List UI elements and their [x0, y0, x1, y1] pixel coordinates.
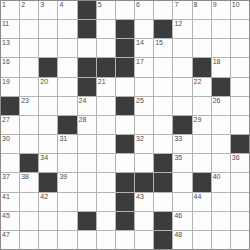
clue-number-41: 41	[2, 193, 10, 201]
black-cell-r1c4	[78, 20, 96, 38]
white-cell-r7c5[interactable]	[97, 135, 115, 153]
white-cell-r7c10[interactable]	[193, 135, 211, 153]
white-cell-r10c5[interactable]	[97, 193, 115, 211]
white-cell-r6c6[interactable]	[116, 116, 134, 134]
white-cell-r10c4[interactable]	[78, 193, 96, 211]
white-cell-r5c5[interactable]	[97, 97, 115, 115]
black-cell-r9c6	[116, 173, 134, 191]
white-cell-r11c3[interactable]	[58, 212, 76, 230]
black-cell-r0c4	[78, 1, 96, 19]
white-cell-r0c8[interactable]	[154, 1, 172, 19]
clue-number-19: 19	[2, 78, 10, 86]
white-cell-r7c2[interactable]	[39, 135, 57, 153]
white-cell-r5c11[interactable]: 26	[212, 97, 230, 115]
white-cell-r10c9[interactable]	[173, 193, 191, 211]
black-cell-r6c9	[173, 116, 191, 134]
black-cell-r1c8	[154, 20, 172, 38]
white-cell-r11c7[interactable]	[135, 212, 153, 230]
white-cell-r2c8[interactable]: 15	[154, 39, 172, 57]
white-cell-r12c10[interactable]	[193, 231, 211, 249]
white-cell-r7c9[interactable]: 33	[173, 135, 191, 153]
clue-number-27: 27	[2, 116, 10, 124]
white-cell-r12c5[interactable]	[97, 231, 115, 249]
clue-number-43: 43	[136, 193, 144, 201]
white-cell-r9c5[interactable]	[97, 173, 115, 191]
white-cell-r8c4[interactable]	[78, 154, 96, 172]
white-cell-r9c12[interactable]	[231, 173, 249, 191]
white-cell-r1c5[interactable]	[97, 20, 115, 38]
clue-number-20: 20	[40, 78, 48, 86]
clue-number-8: 8	[194, 1, 198, 9]
white-cell-r8c10[interactable]	[193, 154, 211, 172]
clue-number-18: 18	[213, 58, 221, 66]
white-cell-r3c12[interactable]	[231, 58, 249, 76]
white-cell-r12c6[interactable]	[116, 231, 134, 249]
white-cell-r0c2[interactable]: 3	[39, 1, 57, 19]
white-cell-r12c1[interactable]	[20, 231, 38, 249]
black-cell-r11c4	[78, 212, 96, 230]
white-cell-r9c0[interactable]: 37	[1, 173, 19, 191]
clue-number-4: 4	[59, 1, 63, 9]
clue-number-2: 2	[21, 1, 25, 9]
white-cell-r2c2[interactable]	[39, 39, 57, 57]
crossword-grid: 1234567891011121314151617181920212223242…	[0, 0, 250, 250]
clue-number-37: 37	[2, 173, 10, 181]
clue-number-35: 35	[174, 154, 182, 162]
white-cell-r7c1[interactable]	[20, 135, 38, 153]
white-cell-r4c10[interactable]: 22	[193, 78, 211, 96]
white-cell-r0c12[interactable]: 10	[231, 1, 249, 19]
black-cell-r2c6	[116, 39, 134, 57]
clue-number-28: 28	[79, 116, 87, 124]
black-cell-r4c4	[78, 78, 96, 96]
clue-number-9: 9	[213, 1, 217, 9]
white-cell-r5c2[interactable]	[39, 97, 57, 115]
white-cell-r3c1[interactable]	[20, 58, 38, 76]
black-cell-r7c12	[231, 135, 249, 153]
black-cell-r3c10	[193, 58, 211, 76]
white-cell-r1c2[interactable]	[39, 20, 57, 38]
clue-number-46: 46	[174, 212, 182, 220]
white-cell-r10c2[interactable]: 42	[39, 193, 57, 211]
clue-number-48: 48	[174, 231, 182, 239]
white-cell-r1c10[interactable]	[193, 20, 211, 38]
white-cell-r0c10[interactable]: 8	[193, 1, 211, 19]
clue-number-47: 47	[2, 231, 10, 239]
white-cell-r3c11[interactable]: 18	[212, 58, 230, 76]
clue-number-21: 21	[98, 78, 106, 86]
white-cell-r1c11[interactable]	[212, 20, 230, 38]
white-cell-r7c3[interactable]: 31	[58, 135, 76, 153]
white-cell-r9c11[interactable]: 40	[212, 173, 230, 191]
clue-number-39: 39	[59, 173, 67, 181]
white-cell-r6c10[interactable]: 29	[193, 116, 211, 134]
black-cell-r11c6	[116, 212, 134, 230]
black-cell-r4c11	[212, 78, 230, 96]
black-cell-r3c6	[116, 58, 134, 76]
white-cell-r11c0[interactable]: 45	[1, 212, 19, 230]
clue-number-6: 6	[136, 1, 140, 9]
white-cell-r10c11[interactable]	[212, 193, 230, 211]
white-cell-r11c9[interactable]: 46	[173, 212, 191, 230]
white-cell-r1c12[interactable]	[231, 20, 249, 38]
white-cell-r8c9[interactable]: 35	[173, 154, 191, 172]
white-cell-r2c3[interactable]	[58, 39, 76, 57]
clue-number-42: 42	[40, 193, 48, 201]
white-cell-r11c12[interactable]	[231, 212, 249, 230]
white-cell-r8c2[interactable]: 34	[39, 154, 57, 172]
white-cell-r11c11[interactable]	[212, 212, 230, 230]
white-cell-r9c9[interactable]	[173, 173, 191, 191]
white-cell-r12c3[interactable]	[58, 231, 76, 249]
clue-number-33: 33	[174, 135, 182, 143]
clue-number-22: 22	[194, 78, 202, 86]
white-cell-r3c7[interactable]: 17	[135, 58, 153, 76]
white-cell-r8c6[interactable]	[116, 154, 134, 172]
black-cell-r3c2	[39, 58, 57, 76]
black-cell-r9c7	[135, 173, 153, 191]
white-cell-r2c5[interactable]	[97, 39, 115, 57]
black-cell-r1c6	[116, 20, 134, 38]
white-cell-r0c9[interactable]: 7	[173, 1, 191, 19]
clue-number-12: 12	[174, 20, 182, 28]
black-cell-r10c6	[116, 193, 134, 211]
clue-number-26: 26	[213, 97, 221, 105]
white-cell-r12c2[interactable]	[39, 231, 57, 249]
white-cell-r6c11[interactable]	[212, 116, 230, 134]
white-cell-r2c1[interactable]	[20, 39, 38, 57]
clue-number-10: 10	[232, 1, 240, 9]
white-cell-r2c12[interactable]	[231, 39, 249, 57]
white-cell-r11c10[interactable]	[193, 212, 211, 230]
white-cell-r5c8[interactable]	[154, 97, 172, 115]
white-cell-r12c12[interactable]	[231, 231, 249, 249]
black-cell-r3c5	[97, 58, 115, 76]
white-cell-r8c3[interactable]	[58, 154, 76, 172]
white-cell-r4c2[interactable]: 20	[39, 78, 57, 96]
white-cell-r12c7[interactable]	[135, 231, 153, 249]
white-cell-r4c5[interactable]: 21	[97, 78, 115, 96]
clue-number-38: 38	[21, 173, 29, 181]
white-cell-r1c0[interactable]: 11	[1, 20, 19, 38]
white-cell-r8c5[interactable]	[97, 154, 115, 172]
white-cell-r6c5[interactable]	[97, 116, 115, 134]
white-cell-r5c10[interactable]	[193, 97, 211, 115]
clue-number-1: 1	[2, 1, 6, 9]
white-cell-r2c0[interactable]: 13	[1, 39, 19, 57]
white-cell-r12c9[interactable]: 48	[173, 231, 191, 249]
black-cell-r3c4	[78, 58, 96, 76]
white-cell-r3c9[interactable]	[173, 58, 191, 76]
white-cell-r3c3[interactable]	[58, 58, 76, 76]
black-cell-r5c0	[1, 97, 19, 115]
clue-number-5: 5	[98, 1, 102, 9]
white-cell-r10c1[interactable]	[20, 193, 38, 211]
clue-number-40: 40	[213, 173, 221, 181]
white-cell-r11c5[interactable]	[97, 212, 115, 230]
white-cell-r10c12[interactable]	[231, 193, 249, 211]
white-cell-r2c7[interactable]: 14	[135, 39, 153, 57]
white-cell-r9c1[interactable]: 38	[20, 173, 38, 191]
white-cell-r12c0[interactable]: 47	[1, 231, 19, 249]
white-cell-r3c8[interactable]	[154, 58, 172, 76]
white-cell-r10c7[interactable]: 43	[135, 193, 153, 211]
clue-number-13: 13	[2, 39, 10, 47]
black-cell-r6c3	[58, 116, 76, 134]
black-cell-r7c6	[116, 135, 134, 153]
clue-number-11: 11	[2, 20, 9, 28]
white-cell-r6c8[interactable]	[154, 116, 172, 134]
clue-number-15: 15	[155, 39, 163, 47]
white-cell-r6c2[interactable]	[39, 116, 57, 134]
black-cell-r9c2	[39, 173, 57, 191]
white-cell-r7c11[interactable]	[212, 135, 230, 153]
white-cell-r8c12[interactable]: 36	[231, 154, 249, 172]
clue-number-36: 36	[232, 154, 240, 162]
white-cell-r4c0[interactable]: 19	[1, 78, 19, 96]
white-cell-r7c0[interactable]: 30	[1, 135, 19, 153]
white-cell-r10c10[interactable]: 44	[193, 193, 211, 211]
clue-number-32: 32	[136, 135, 144, 143]
white-cell-r9c4[interactable]	[78, 173, 96, 191]
white-cell-r5c12[interactable]	[231, 97, 249, 115]
white-cell-r10c3[interactable]	[58, 193, 76, 211]
black-cell-r11c8	[154, 212, 172, 230]
white-cell-r1c7[interactable]	[135, 20, 153, 38]
black-cell-r8c8	[154, 154, 172, 172]
white-cell-r4c1[interactable]	[20, 78, 38, 96]
white-cell-r7c7[interactable]: 32	[135, 135, 153, 153]
white-cell-r4c6[interactable]	[116, 78, 134, 96]
black-cell-r8c1	[20, 154, 38, 172]
clue-number-7: 7	[174, 1, 178, 9]
black-cell-r9c10	[193, 173, 211, 191]
white-cell-r5c7[interactable]: 25	[135, 97, 153, 115]
clue-number-25: 25	[136, 97, 144, 105]
clue-number-17: 17	[136, 58, 144, 66]
clue-number-29: 29	[194, 116, 202, 124]
clue-number-31: 31	[59, 135, 67, 143]
white-cell-r0c1[interactable]: 2	[20, 1, 38, 19]
white-cell-r7c4[interactable]	[78, 135, 96, 153]
clue-number-34: 34	[40, 154, 48, 162]
clue-number-14: 14	[136, 39, 144, 47]
clue-number-44: 44	[194, 193, 202, 201]
white-cell-r2c4[interactable]	[78, 39, 96, 57]
white-cell-r9c3[interactable]: 39	[58, 173, 76, 191]
white-cell-r5c3[interactable]	[58, 97, 76, 115]
white-cell-r4c3[interactable]	[58, 78, 76, 96]
white-cell-r6c7[interactable]	[135, 116, 153, 134]
white-cell-r8c7[interactable]	[135, 154, 153, 172]
white-cell-r4c9[interactable]	[173, 78, 191, 96]
white-cell-r2c10[interactable]	[193, 39, 211, 57]
clue-number-16: 16	[2, 58, 10, 66]
white-cell-r10c8[interactable]	[154, 193, 172, 211]
white-cell-r0c5[interactable]: 5	[97, 1, 115, 19]
white-cell-r5c1[interactable]: 23	[20, 97, 38, 115]
white-cell-r1c9[interactable]: 12	[173, 20, 191, 38]
white-cell-r0c11[interactable]: 9	[212, 1, 230, 19]
white-cell-r2c9[interactable]	[173, 39, 191, 57]
white-cell-r10c0[interactable]: 41	[1, 193, 19, 211]
white-cell-r8c11[interactable]	[212, 154, 230, 172]
white-cell-r6c12[interactable]	[231, 116, 249, 134]
white-cell-r2c11[interactable]	[212, 39, 230, 57]
white-cell-r5c4[interactable]: 24	[78, 97, 96, 115]
clue-number-24: 24	[79, 97, 87, 105]
white-cell-r1c3[interactable]	[58, 20, 76, 38]
white-cell-r6c1[interactable]	[20, 116, 38, 134]
white-cell-r0c3[interactable]: 4	[58, 1, 76, 19]
clue-number-30: 30	[2, 135, 10, 143]
black-cell-r12c8	[154, 231, 172, 249]
white-cell-r12c4[interactable]	[78, 231, 96, 249]
white-cell-r1c1[interactable]	[20, 20, 38, 38]
clue-number-45: 45	[2, 212, 10, 220]
white-cell-r4c7[interactable]	[135, 78, 153, 96]
white-cell-r0c0[interactable]: 1	[1, 1, 19, 19]
white-cell-r6c0[interactable]: 27	[1, 116, 19, 134]
white-cell-r3c0[interactable]: 16	[1, 58, 19, 76]
clue-number-23: 23	[21, 97, 29, 105]
white-cell-r0c7[interactable]: 6	[135, 1, 153, 19]
white-cell-r11c2[interactable]	[39, 212, 57, 230]
white-cell-r0c6[interactable]	[116, 1, 134, 19]
black-cell-r9c8	[154, 173, 172, 191]
clue-number-3: 3	[40, 1, 44, 9]
white-cell-r7c8[interactable]	[154, 135, 172, 153]
white-cell-r5c9[interactable]	[173, 97, 191, 115]
white-cell-r4c12[interactable]	[231, 78, 249, 96]
white-cell-r4c8[interactable]	[154, 78, 172, 96]
white-cell-r12c11[interactable]	[212, 231, 230, 249]
black-cell-r5c6	[116, 97, 134, 115]
white-cell-r8c0[interactable]	[1, 154, 19, 172]
white-cell-r11c1[interactable]	[20, 212, 38, 230]
white-cell-r6c4[interactable]: 28	[78, 116, 96, 134]
